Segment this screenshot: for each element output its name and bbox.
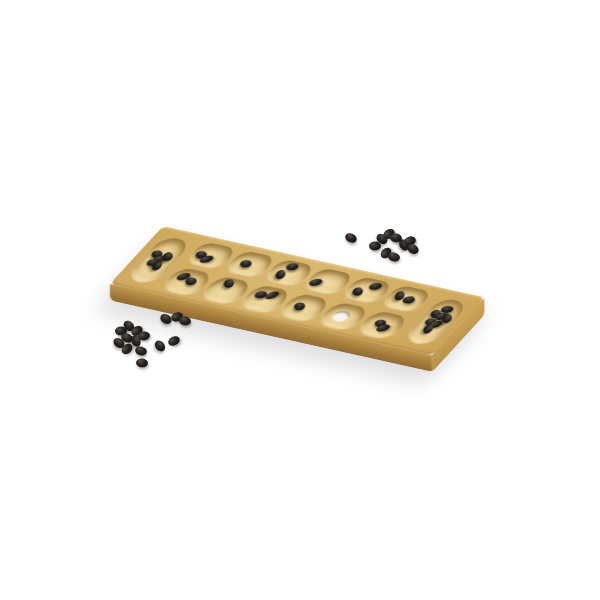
- seed: [367, 283, 384, 291]
- seed: [222, 277, 235, 289]
- hole-through-board: [330, 309, 353, 322]
- seed: [422, 323, 434, 334]
- seed: [136, 358, 149, 368]
- seed: [167, 334, 182, 347]
- seed: [344, 231, 359, 244]
- seed: [307, 279, 323, 287]
- seed: [291, 301, 307, 312]
- seed: [284, 262, 301, 271]
- seed: [238, 259, 255, 269]
- seed: [274, 269, 285, 281]
- seed: [265, 290, 279, 301]
- seed: [387, 251, 401, 263]
- mancala-board: [110, 226, 485, 355]
- seed: [406, 242, 421, 256]
- seed: [162, 251, 175, 263]
- seed: [153, 339, 168, 354]
- seed: [134, 345, 148, 357]
- photo-background: [0, 0, 600, 600]
- seed: [137, 331, 150, 342]
- seed: [350, 286, 364, 298]
